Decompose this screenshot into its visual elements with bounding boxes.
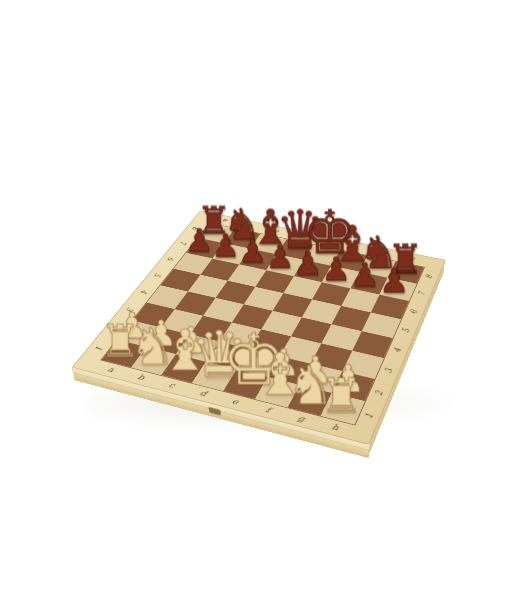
rank-label-3: 3 [111, 300, 148, 318]
product-photo: ♜♞♝♛♚♝♞♜♟♟♟♟♟♟♟♟♟♟♟♟♟♟♟♟♜♞♝♛♚♝♞♜ abcdefg… [0, 0, 518, 597]
chess-board: ♜♞♝♛♚♝♞♜♟♟♟♟♟♟♟♟♟♟♟♟♟♟♟♟♜♞♝♛♚♝♞♜ abcdefg… [72, 210, 446, 445]
clasp-icon [208, 406, 221, 415]
scene: ♜♞♝♛♚♝♞♜♟♟♟♟♟♟♟♟♟♟♟♟♟♟♟♟♜♞♝♛♚♝♞♜ abcdefg… [128, 166, 416, 454]
square-h5 [362, 312, 401, 338]
rank-label-7: 7 [404, 285, 439, 303]
